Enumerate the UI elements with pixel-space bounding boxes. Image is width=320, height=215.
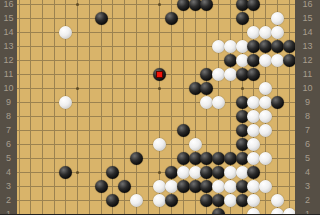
row-label: 14 <box>295 27 320 38</box>
row-label: 10 <box>295 83 320 94</box>
row-label: 8 <box>0 111 17 122</box>
white-stone <box>247 138 260 151</box>
row-label: 9 <box>0 97 17 108</box>
black-stone <box>283 40 296 53</box>
black-stone <box>224 152 237 165</box>
white-stone <box>259 152 272 165</box>
row-label: 2 <box>0 195 17 206</box>
black-stone <box>247 68 260 81</box>
black-stone <box>118 180 131 193</box>
black-stone <box>247 166 260 179</box>
white-stone <box>247 194 260 207</box>
black-stone <box>177 0 190 11</box>
row-label: 11 <box>295 69 320 80</box>
black-stone <box>165 194 178 207</box>
row-label: 14 <box>0 27 17 38</box>
row-label: 5 <box>295 153 320 164</box>
row-label: 9 <box>295 97 320 108</box>
black-stone <box>95 180 108 193</box>
row-label: 10 <box>0 83 17 94</box>
row-label: 7 <box>0 125 17 136</box>
row-label: 13 <box>295 41 320 52</box>
row-label: 15 <box>0 13 17 24</box>
white-stone <box>189 138 202 151</box>
white-stone <box>259 110 272 123</box>
black-stone <box>283 54 296 67</box>
black-stone <box>106 194 119 207</box>
row-label: 6 <box>295 139 320 150</box>
row-label: 16 <box>0 0 17 10</box>
row-label: 3 <box>0 181 17 192</box>
row-label: 2 <box>295 195 320 206</box>
go-board[interactable]: 16151413121110987654321 1615141312111098… <box>0 0 320 214</box>
white-stone <box>130 194 143 207</box>
white-stone <box>59 26 72 39</box>
white-stone <box>271 26 284 39</box>
white-stone <box>224 166 237 179</box>
black-stone <box>236 12 249 25</box>
row-label: 5 <box>0 153 17 164</box>
white-stone <box>153 138 166 151</box>
black-stone <box>224 54 237 67</box>
black-stone <box>95 12 108 25</box>
white-stone <box>283 208 296 215</box>
row-label: 16 <box>295 0 320 10</box>
row-label: 12 <box>295 55 320 66</box>
white-stone <box>259 180 272 193</box>
star-point <box>76 171 79 174</box>
white-stone <box>259 124 272 137</box>
star-point <box>76 3 79 6</box>
white-stone <box>271 208 284 215</box>
black-stone <box>106 166 119 179</box>
black-stone <box>153 68 166 81</box>
star-point <box>76 87 79 90</box>
white-stone <box>259 82 272 95</box>
black-stone <box>212 208 225 215</box>
black-stone <box>177 152 190 165</box>
black-stone <box>200 0 213 11</box>
white-stone <box>224 194 237 207</box>
black-stone <box>59 166 72 179</box>
black-stone <box>271 40 284 53</box>
white-stone <box>271 12 284 25</box>
white-stone <box>224 40 237 53</box>
row-label: 13 <box>0 41 17 52</box>
white-stone <box>212 96 225 109</box>
white-stone <box>224 180 237 193</box>
row-label: 7 <box>295 125 320 136</box>
left-coordinate-bar: 16151413121110987654321 <box>0 0 17 214</box>
white-stone <box>271 194 284 207</box>
row-label: 11 <box>0 69 17 80</box>
black-stone <box>247 0 260 11</box>
black-stone <box>130 152 143 165</box>
black-stone <box>165 12 178 25</box>
white-stone <box>224 68 237 81</box>
white-stone <box>247 208 260 215</box>
row-label: 12 <box>0 55 17 66</box>
row-label: 8 <box>295 111 320 122</box>
white-stone <box>177 166 190 179</box>
last-move-marker <box>157 72 162 77</box>
row-label: 4 <box>0 167 17 178</box>
row-label: 1 <box>0 209 17 215</box>
black-stone <box>271 96 284 109</box>
row-label: 4 <box>295 167 320 178</box>
white-stone <box>59 96 72 109</box>
right-coordinate-bar: 16151413121110987654321 <box>295 0 320 214</box>
black-stone <box>200 82 213 95</box>
row-label: 1 <box>295 209 320 215</box>
black-stone <box>177 124 190 137</box>
row-label: 6 <box>0 139 17 150</box>
black-stone <box>177 180 190 193</box>
row-label: 3 <box>295 181 320 192</box>
row-label: 15 <box>295 13 320 24</box>
star-point <box>241 87 244 90</box>
white-stone <box>271 54 284 67</box>
